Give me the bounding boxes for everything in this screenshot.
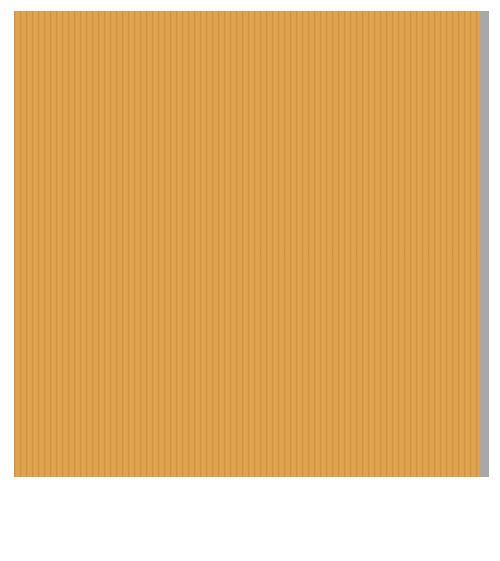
board-shadow: [480, 11, 489, 477]
go-board[interactable]: [14, 11, 480, 477]
go-game-diagram: [0, 0, 500, 561]
